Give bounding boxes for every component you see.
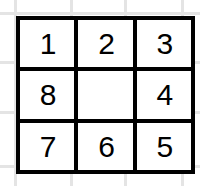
blank-cell: [78, 71, 132, 118]
tile-7[interactable]: 7: [20, 123, 74, 170]
tile-5[interactable]: 5: [137, 123, 191, 170]
screenshot-canvas: 1 2 3 8 4 7 6 5: [0, 0, 200, 186]
tile-1[interactable]: 1: [20, 20, 74, 67]
tile-2[interactable]: 2: [78, 20, 132, 67]
tile-4[interactable]: 4: [137, 71, 191, 118]
puzzle-board: 1 2 3 8 4 7 6 5: [16, 16, 195, 174]
tile-8[interactable]: 8: [20, 71, 74, 118]
background-gridline-horizontal-1: [0, 12, 200, 15]
tile-3[interactable]: 3: [137, 20, 191, 67]
tile-6[interactable]: 6: [78, 123, 132, 170]
